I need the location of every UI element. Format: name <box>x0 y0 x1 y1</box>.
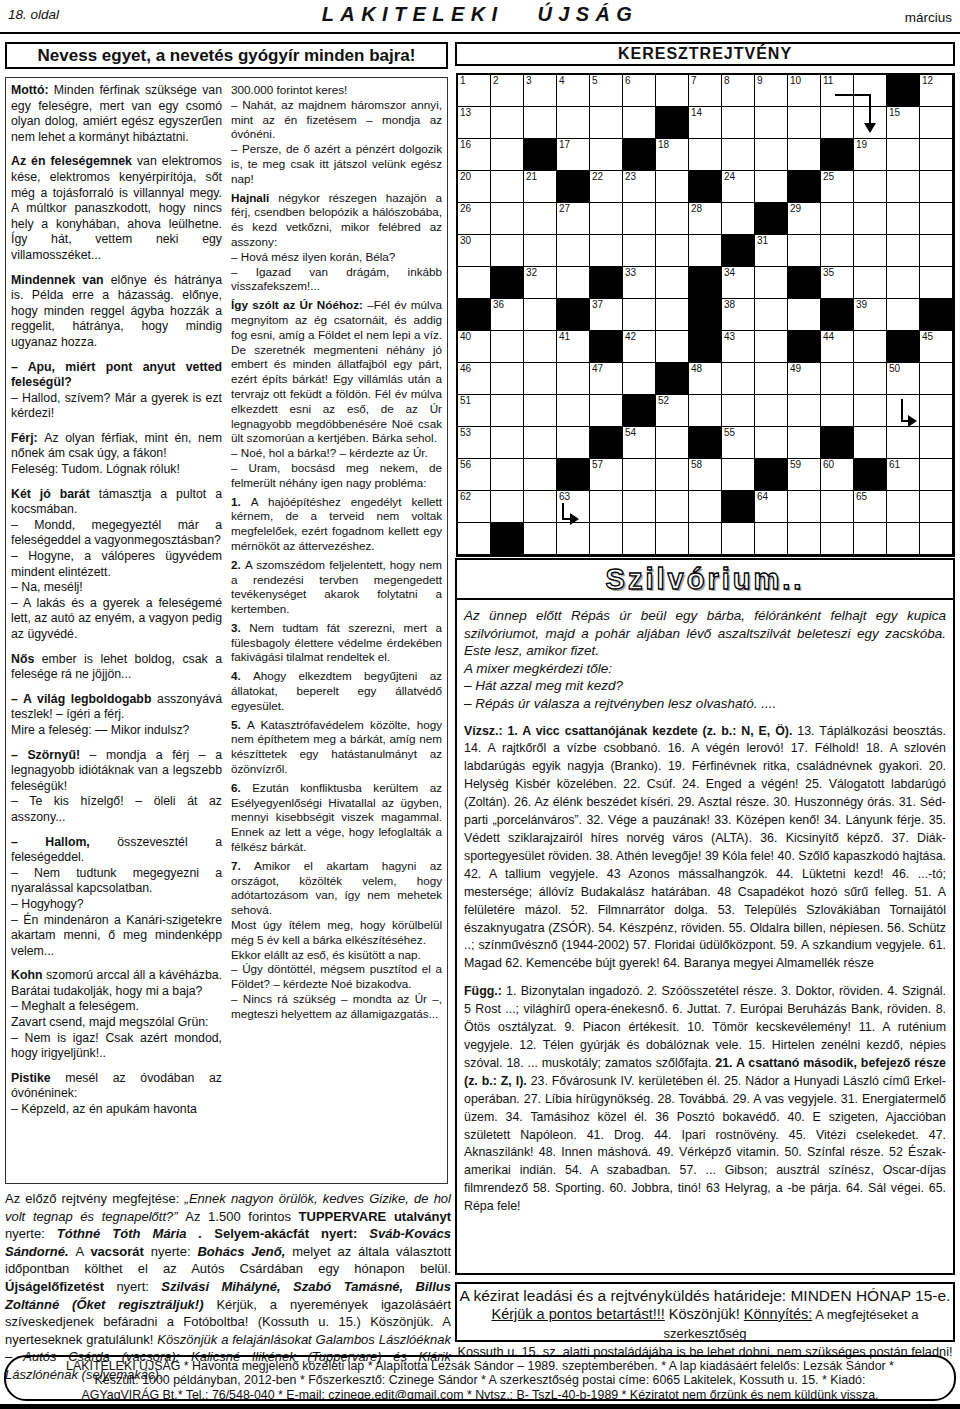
white-cell <box>920 491 953 523</box>
joke-paragraph: – Szörnyű! – mondja a férj – a legnagyob… <box>11 748 222 826</box>
clue-number: 44 <box>823 331 834 342</box>
white-cell: 10 <box>788 75 821 107</box>
black-cell <box>557 459 590 491</box>
white-cell: 64 <box>755 491 788 523</box>
joke-paragraph: Így szólt az Úr Nóéhoz: –Fél év múlva me… <box>231 298 442 490</box>
text-run: Újságelőfizetést <box>5 1279 116 1294</box>
white-cell <box>623 235 656 267</box>
white-cell: 54 <box>623 427 656 459</box>
white-cell <box>689 139 722 171</box>
white-cell <box>590 491 623 523</box>
white-cell <box>854 331 887 363</box>
joke-paragraph: 1. A hajóépítéshez engedélyt kellett kér… <box>231 495 442 554</box>
black-cell <box>623 395 656 427</box>
clue-number: 28 <box>691 203 702 214</box>
black-cell <box>920 299 953 331</box>
clue-number: 30 <box>460 235 471 246</box>
white-cell <box>524 491 557 523</box>
white-cell <box>656 75 689 107</box>
clue-number: 61 <box>889 459 900 470</box>
white-cell <box>821 363 854 395</box>
white-cell: 45 <box>920 331 953 363</box>
white-cell <box>722 363 755 395</box>
white-cell <box>788 235 821 267</box>
white-cell: 38 <box>722 299 755 331</box>
white-cell <box>524 235 557 267</box>
black-cell <box>590 267 623 299</box>
clue-number: 18 <box>658 139 669 150</box>
white-cell: 20 <box>458 171 491 203</box>
text-run: 23. Fővárosunk IV. kerületében él. 25. N… <box>464 1074 946 1213</box>
white-cell <box>920 267 953 299</box>
clue-number: 23 <box>625 171 636 182</box>
crossword-grid: 1234567891011121314151617181920212223242… <box>456 73 955 557</box>
white-cell <box>788 427 821 459</box>
joke-paragraph: 4. Ahogy elkezdtem begyűjteni az állatok… <box>231 669 442 713</box>
clue-number: 62 <box>460 491 471 502</box>
white-cell <box>623 107 656 139</box>
white-cell <box>557 267 590 299</box>
white-cell: 42 <box>623 331 656 363</box>
white-cell <box>524 107 557 139</box>
black-cell <box>788 267 821 299</box>
white-cell: 18 <box>656 139 689 171</box>
clue-number: 2 <box>493 75 499 86</box>
white-cell <box>821 523 854 555</box>
black-cell <box>788 331 821 363</box>
white-cell <box>557 395 590 427</box>
clue-number: 38 <box>724 299 735 310</box>
white-cell: 37 <box>590 299 623 331</box>
white-cell: 35 <box>821 267 854 299</box>
text-run: Tóthné Tóth Mária . <box>57 1226 214 1241</box>
white-cell <box>590 203 623 235</box>
joke-paragraph: Hajnali négykor részegen hazajön a férj,… <box>231 191 442 295</box>
text-run: 13. Táplálkozási beosztás. 14. A rajtkőr… <box>464 724 946 971</box>
white-cell <box>755 139 788 171</box>
clue-number: 56 <box>460 459 471 470</box>
clue-number: 3 <box>526 75 532 86</box>
white-cell <box>920 107 953 139</box>
white-cell <box>557 363 590 395</box>
white-cell <box>524 203 557 235</box>
clue-number: 9 <box>757 75 763 86</box>
white-cell: 62 <box>458 491 491 523</box>
white-cell <box>755 299 788 331</box>
white-cell <box>755 427 788 459</box>
text-run: Selyem-akácfát nyert: <box>214 1226 369 1241</box>
jokes-section-title: Nevess egyet, a nevetés gyógyír minden b… <box>5 42 448 69</box>
clue-number: 51 <box>460 395 471 406</box>
joke-paragraph: Pistike mesél az óvodában az óvónéninek:… <box>11 1071 222 1118</box>
clue-number: 32 <box>526 267 537 278</box>
joke-paragraph: 5. A Katasztrófavédelem közölte, hogy ne… <box>231 718 442 777</box>
black-cell <box>491 267 524 299</box>
white-cell: 29 <box>788 203 821 235</box>
text-run: nyerte: <box>151 1244 198 1259</box>
clue-number: 4 <box>559 75 565 86</box>
white-cell <box>590 107 623 139</box>
white-cell <box>887 203 920 235</box>
white-cell <box>557 523 590 555</box>
joke-paragraph: 6. Ezután konfliktusba kerültem az Esély… <box>231 781 442 855</box>
white-cell <box>524 523 557 555</box>
white-cell: 59 <box>788 459 821 491</box>
white-cell <box>854 363 887 395</box>
white-cell <box>920 139 953 171</box>
white-cell: 39 <box>854 299 887 331</box>
white-cell <box>722 203 755 235</box>
newspaper-title: LAKITELEKI ÚJSÁG <box>0 3 960 26</box>
clue-number: 21 <box>526 171 537 182</box>
white-cell <box>557 107 590 139</box>
white-cell: 34 <box>722 267 755 299</box>
white-cell <box>854 395 887 427</box>
deadline-line-2: Kérjük a pontos betartást!!! Köszönjük! … <box>457 1305 953 1343</box>
white-cell <box>656 491 689 523</box>
clue-number: 27 <box>559 203 570 214</box>
white-cell <box>788 395 821 427</box>
white-cell: 32 <box>524 267 557 299</box>
white-cell: 31 <box>755 235 788 267</box>
clue-number: 19 <box>856 139 867 150</box>
clue-number: 42 <box>625 331 636 342</box>
black-cell <box>689 299 722 331</box>
clue-number: 49 <box>790 363 801 374</box>
black-cell <box>689 427 722 459</box>
white-cell: 7 <box>689 75 722 107</box>
white-cell: 17 <box>557 139 590 171</box>
white-cell: 2 <box>491 75 524 107</box>
clue-number: 29 <box>790 203 801 214</box>
white-cell <box>788 491 821 523</box>
white-cell <box>491 491 524 523</box>
white-cell <box>722 395 755 427</box>
white-cell: 25 <box>821 171 854 203</box>
clue-number: 39 <box>856 299 867 310</box>
white-cell <box>722 107 755 139</box>
white-cell: 65 <box>854 491 887 523</box>
black-cell <box>689 171 722 203</box>
clue-number: 7 <box>691 75 697 86</box>
white-cell: 23 <box>623 171 656 203</box>
clue-number: 52 <box>658 395 669 406</box>
imprint-line-3: AGYagVIRÁG Bt.* Tel.: 76/548-040 * E-mai… <box>6 1388 954 1401</box>
white-cell <box>491 395 524 427</box>
puzzle-article-title: Szilvórium.. <box>457 560 953 600</box>
black-cell <box>887 75 920 107</box>
white-cell: 16 <box>458 139 491 171</box>
joke-paragraph: – A világ legboldogabb asszonyává teszle… <box>11 692 222 739</box>
white-cell <box>821 203 854 235</box>
white-cell <box>524 363 557 395</box>
clue-number: 58 <box>691 459 702 470</box>
white-cell <box>458 523 491 555</box>
white-cell <box>491 363 524 395</box>
white-cell: 28 <box>689 203 722 235</box>
white-cell: 19 <box>854 139 887 171</box>
white-cell <box>887 299 920 331</box>
white-cell <box>821 107 854 139</box>
joke-paragraph: – Hallom, összevesztél a feleségeddel. –… <box>11 835 222 960</box>
white-cell: 24 <box>722 171 755 203</box>
clue-number: 24 <box>724 171 735 182</box>
imprint-box: LAKITELEKI ÚJSÁG * Havonta megjelenő köz… <box>4 1355 956 1401</box>
white-cell: 30 <box>458 235 491 267</box>
black-cell <box>590 331 623 363</box>
white-cell <box>656 459 689 491</box>
white-cell <box>689 491 722 523</box>
joke-paragraph: Nős ember is lehet boldog, csak a felesé… <box>11 652 222 683</box>
puzzle-article-box: Szilvórium.. Az ünnep előtt Répás úr beü… <box>455 558 955 1275</box>
white-cell: 4 <box>557 75 590 107</box>
white-cell <box>491 171 524 203</box>
joke-paragraph: Férj: Az olyan férfiak, mint én, nem nőn… <box>11 431 222 478</box>
white-cell <box>887 235 920 267</box>
white-cell <box>755 107 788 139</box>
white-cell <box>920 395 953 427</box>
text-run: Köszönjük! <box>665 1306 744 1322</box>
clue-number: 5 <box>592 75 598 86</box>
clue-number: 33 <box>625 267 636 278</box>
black-cell <box>887 331 920 363</box>
white-cell <box>755 171 788 203</box>
white-cell <box>557 235 590 267</box>
white-cell <box>920 363 953 395</box>
white-cell <box>656 523 689 555</box>
text-run: nyert: <box>116 1279 161 1294</box>
white-cell <box>854 427 887 459</box>
black-cell <box>557 171 590 203</box>
jokes-section: Mottó: Minden férfinak szüksége van egy … <box>5 77 448 1184</box>
white-cell: 48 <box>689 363 722 395</box>
white-cell <box>755 523 788 555</box>
clue-number: 13 <box>460 107 471 118</box>
header-rule <box>0 32 960 34</box>
white-cell <box>854 75 887 107</box>
white-cell: 52 <box>656 395 689 427</box>
text-run: Könnyítés: <box>744 1306 813 1322</box>
white-cell: 21 <box>524 171 557 203</box>
white-cell: 6 <box>623 75 656 107</box>
white-cell <box>689 523 722 555</box>
white-cell <box>491 459 524 491</box>
clue-number: 12 <box>922 75 933 86</box>
white-cell <box>887 523 920 555</box>
text-run: Függ.: <box>464 984 506 998</box>
clues-down: Függ.: 1. Bizonytalan ingadozó. 2. Szóös… <box>464 983 946 1216</box>
white-cell <box>722 459 755 491</box>
white-cell <box>656 331 689 363</box>
text-run: nyerte: <box>5 1226 57 1241</box>
clue-number: 16 <box>460 139 471 150</box>
white-cell <box>821 491 854 523</box>
bottom-rule <box>0 1404 960 1409</box>
clue-number: 35 <box>823 267 834 278</box>
black-cell <box>722 491 755 523</box>
joke-paragraph: Kohn szomorú arccal áll a kávéházba. Bar… <box>11 968 222 1062</box>
clue-number: 46 <box>460 363 471 374</box>
black-cell <box>689 267 722 299</box>
imprint-line-2: Készült: 1000 példányban, 2012-ben * Fős… <box>6 1373 954 1387</box>
white-cell: 44 <box>821 331 854 363</box>
black-cell <box>524 139 557 171</box>
white-cell <box>656 235 689 267</box>
white-cell <box>755 395 788 427</box>
black-cell <box>821 139 854 171</box>
joke-paragraph: Az én feleségemnek van elektromos kése, … <box>11 154 222 263</box>
joke-paragraph: 2. A szomszédom feljelentett, hogy nem a… <box>231 558 442 617</box>
white-cell <box>821 395 854 427</box>
white-cell <box>887 427 920 459</box>
puzzle-article-content: Az ünnep előtt Répás úr beül egy bárba, … <box>457 600 953 1223</box>
white-cell <box>689 235 722 267</box>
white-cell <box>623 523 656 555</box>
joke-paragraph: 3. Nem tudtam fát szerezni, mert a füles… <box>231 621 442 665</box>
clue-number: 50 <box>889 363 900 374</box>
black-cell <box>854 459 887 491</box>
white-cell <box>920 203 953 235</box>
white-cell: 53 <box>458 427 491 459</box>
white-cell <box>491 107 524 139</box>
white-cell <box>623 203 656 235</box>
white-cell <box>656 299 689 331</box>
white-cell <box>755 267 788 299</box>
white-cell <box>887 267 920 299</box>
clue-number: 11 <box>823 75 833 86</box>
white-cell: 47 <box>590 363 623 395</box>
white-cell: 12 <box>920 75 953 107</box>
white-cell <box>590 395 623 427</box>
white-cell <box>722 523 755 555</box>
crossword-section-title: KERESZTREJTVÉNY <box>455 42 955 66</box>
white-cell <box>920 459 953 491</box>
white-cell <box>854 107 887 139</box>
white-cell: 22 <box>590 171 623 203</box>
white-cell: 41 <box>557 331 590 363</box>
white-cell: 58 <box>689 459 722 491</box>
white-cell: 55 <box>722 427 755 459</box>
clue-number: 55 <box>724 427 735 438</box>
white-cell <box>524 459 557 491</box>
clue-number: 40 <box>460 331 471 342</box>
white-cell: 56 <box>458 459 491 491</box>
white-cell: 40 <box>458 331 491 363</box>
white-cell: 51 <box>458 395 491 427</box>
clue-number: 60 <box>823 459 834 470</box>
white-cell <box>887 491 920 523</box>
text-run: TUPPERVARE utalványt <box>299 1209 451 1224</box>
white-cell <box>491 427 524 459</box>
white-cell <box>755 363 788 395</box>
white-cell <box>623 491 656 523</box>
white-cell <box>590 235 623 267</box>
text-run: Vízsz.: 1. A vicc csattanójának kezdete … <box>464 724 797 738</box>
deadline-line-1: A kézirat leadási és a rejtvényküldés ha… <box>457 1286 953 1305</box>
white-cell <box>887 395 920 427</box>
white-cell <box>821 235 854 267</box>
white-cell <box>491 235 524 267</box>
joke-paragraph: Mottó: Minden férfinak szüksége van egy … <box>11 83 222 145</box>
black-cell <box>557 299 590 331</box>
text-run: Az 1.500 forintos <box>185 1209 298 1224</box>
white-cell: 49 <box>788 363 821 395</box>
white-cell <box>755 331 788 363</box>
text-run: vacsorát <box>90 1244 150 1259</box>
black-cell <box>623 139 656 171</box>
white-cell: 3 <box>524 75 557 107</box>
white-cell <box>590 139 623 171</box>
clue-number: 34 <box>724 267 735 278</box>
clue-number: 45 <box>922 331 933 342</box>
white-cell <box>788 139 821 171</box>
white-cell: 9 <box>755 75 788 107</box>
white-cell: 63 <box>557 491 590 523</box>
clue-number: 37 <box>592 299 603 310</box>
clue-number: 53 <box>460 427 471 438</box>
clue-number: 48 <box>691 363 702 374</box>
white-cell: 61 <box>887 459 920 491</box>
white-cell: 46 <box>458 363 491 395</box>
white-cell <box>557 427 590 459</box>
white-cell: 11 <box>821 75 854 107</box>
white-cell: 14 <box>689 107 722 139</box>
black-cell <box>821 299 854 331</box>
white-cell: 43 <box>722 331 755 363</box>
joke-paragraph: – Apu, miért pont anyut vetted feleségül… <box>11 360 222 422</box>
issue-month-label: március <box>905 10 952 25</box>
white-cell <box>524 331 557 363</box>
white-cell <box>491 139 524 171</box>
white-cell <box>656 427 689 459</box>
black-cell <box>788 171 821 203</box>
white-cell <box>788 299 821 331</box>
black-cell <box>755 203 788 235</box>
clue-number: 10 <box>790 75 801 86</box>
clue-number: 31 <box>757 235 768 246</box>
black-cell <box>722 235 755 267</box>
clue-number: 20 <box>460 171 471 182</box>
white-cell <box>524 395 557 427</box>
imprint-line-1: LAKITELEKI ÚJSÁG * Havonta megjelenő köz… <box>6 1359 954 1373</box>
white-cell: 15 <box>887 107 920 139</box>
white-cell <box>854 235 887 267</box>
clue-number: 57 <box>592 459 603 470</box>
white-cell <box>920 171 953 203</box>
clue-number: 65 <box>856 491 867 502</box>
clue-number: 64 <box>757 491 768 502</box>
text-run: A <box>76 1244 91 1259</box>
white-cell <box>590 523 623 555</box>
white-cell <box>854 523 887 555</box>
clue-number: 36 <box>493 299 504 310</box>
clue-number: 8 <box>724 75 730 86</box>
white-cell <box>854 203 887 235</box>
puzzle-intro-text: Az ünnep előtt Répás úr beül egy bárba, … <box>464 607 946 713</box>
text-run: Az előző rejtvény megfejtése: <box>5 1191 185 1206</box>
clue-number: 15 <box>889 107 900 118</box>
black-cell <box>458 299 491 331</box>
black-cell <box>821 427 854 459</box>
white-cell: 60 <box>821 459 854 491</box>
clue-number: 59 <box>790 459 801 470</box>
clue-number: 26 <box>460 203 471 214</box>
white-cell <box>722 139 755 171</box>
white-cell: 26 <box>458 203 491 235</box>
text-run: Bohács Jenő, <box>197 1244 292 1259</box>
jokes-column-2: 300.000 forintot keres! – Nahát, az majd… <box>231 83 442 1178</box>
clue-number: 43 <box>724 331 735 342</box>
